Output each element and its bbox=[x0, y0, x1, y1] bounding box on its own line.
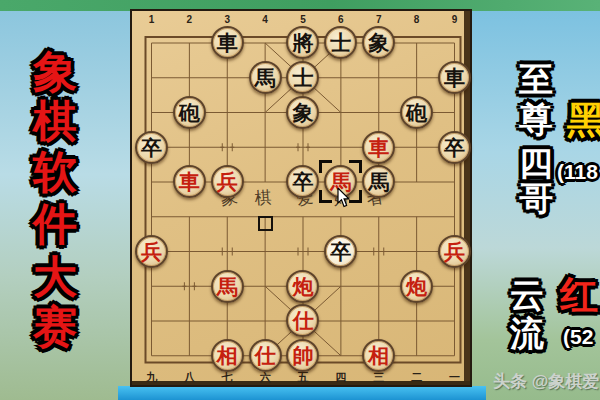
piece-black-象[interactable]: 象 bbox=[362, 26, 395, 59]
file-label-top-1: 1 bbox=[149, 15, 155, 25]
black-player-name-char: 至 bbox=[519, 62, 553, 96]
file-label-bottom-7: 三 bbox=[373, 372, 384, 383]
piece-black-卒[interactable]: 卒 bbox=[438, 131, 471, 164]
screenshot-root: { "game": "xiangqi (Chinese chess)", "po… bbox=[0, 0, 600, 400]
piece-black-車[interactable]: 車 bbox=[211, 26, 244, 59]
piece-red-仕[interactable]: 仕 bbox=[249, 339, 282, 372]
file-label-bottom-6: 四 bbox=[335, 372, 346, 383]
piece-red-炮[interactable]: 炮 bbox=[286, 270, 319, 303]
red-player-name-char: 流 bbox=[510, 316, 544, 350]
file-label-top-7: 7 bbox=[376, 15, 382, 25]
piece-black-砲[interactable]: 砲 bbox=[400, 96, 433, 129]
piece-red-馬[interactable]: 馬 bbox=[211, 270, 244, 303]
piece-red-相[interactable]: 相 bbox=[211, 339, 244, 372]
piece-red-車[interactable]: 車 bbox=[362, 131, 395, 164]
file-label-bottom-1: 九 bbox=[146, 372, 157, 383]
file-label-top-5: 5 bbox=[300, 15, 306, 25]
piece-black-象[interactable]: 象 bbox=[286, 96, 319, 129]
banner-char: 件 bbox=[33, 202, 77, 246]
banner-char: 软 bbox=[33, 150, 77, 194]
bottom-blue-band bbox=[118, 386, 486, 400]
file-label-top-4: 4 bbox=[262, 15, 268, 25]
mouse-cursor-icon bbox=[337, 188, 351, 208]
file-label-bottom-8: 二 bbox=[411, 372, 422, 383]
file-label-bottom-9: 一 bbox=[449, 372, 460, 383]
toutiao-watermark: 头条 @象棋爱 bbox=[493, 370, 599, 393]
piece-red-相[interactable]: 相 bbox=[362, 339, 395, 372]
piece-red-車[interactable]: 車 bbox=[173, 165, 206, 198]
red-player-name-char: 云 bbox=[510, 278, 544, 312]
file-label-bottom-5: 五 bbox=[298, 372, 309, 383]
move-origin-marker bbox=[258, 216, 273, 231]
black-player-name-char: 尊 bbox=[519, 102, 553, 136]
banner-char: 赛 bbox=[33, 305, 77, 349]
file-label-top-8: 8 bbox=[414, 15, 420, 25]
piece-black-卒[interactable]: 卒 bbox=[135, 131, 168, 164]
black-player-rating: (118 bbox=[557, 161, 598, 182]
banner-char: 象 bbox=[33, 50, 77, 94]
piece-black-砲[interactable]: 砲 bbox=[173, 96, 206, 129]
piece-black-將[interactable]: 將 bbox=[286, 26, 319, 59]
banner-char: 棋 bbox=[33, 99, 77, 143]
piece-black-馬[interactable]: 馬 bbox=[249, 61, 282, 94]
file-label-top-3: 3 bbox=[224, 15, 230, 25]
file-label-top-2: 2 bbox=[187, 15, 193, 25]
file-label-bottom-3: 七 bbox=[222, 372, 233, 383]
red-side-label: 红 bbox=[560, 276, 598, 314]
piece-black-馬[interactable]: 馬 bbox=[362, 165, 395, 198]
file-label-bottom-2: 八 bbox=[184, 372, 195, 383]
file-label-bottom-4: 六 bbox=[260, 372, 271, 383]
file-label-top-6: 6 bbox=[338, 15, 344, 25]
piece-black-卒[interactable]: 卒 bbox=[324, 235, 357, 268]
piece-red-兵[interactable]: 兵 bbox=[211, 165, 244, 198]
piece-black-士[interactable]: 士 bbox=[286, 61, 319, 94]
black-player-name-char: 四 bbox=[519, 146, 553, 180]
board-intersections[interactable]: 車將士象馬士車砲象砲卒卒卒馬卒車車兵馬兵兵馬炮炮仕相仕帥相 bbox=[133, 26, 474, 374]
black-side-label: 黑 bbox=[567, 101, 600, 139]
banner-char: 大 bbox=[33, 255, 77, 299]
black-player-name-char: 哥 bbox=[519, 181, 553, 215]
piece-black-士[interactable]: 士 bbox=[324, 26, 357, 59]
piece-red-仕[interactable]: 仕 bbox=[286, 304, 319, 337]
piece-black-車[interactable]: 車 bbox=[438, 61, 471, 94]
piece-red-兵[interactable]: 兵 bbox=[438, 235, 471, 268]
xiangqi-board[interactable]: 123456789 象棋爱好者 車將士象馬士車砲象砲卒卒卒馬卒車車兵馬兵兵馬炮炮… bbox=[130, 9, 472, 387]
piece-red-兵[interactable]: 兵 bbox=[135, 235, 168, 268]
piece-red-帥[interactable]: 帥 bbox=[286, 339, 319, 372]
red-player-rating: (52 bbox=[563, 326, 593, 347]
piece-black-卒[interactable]: 卒 bbox=[286, 165, 319, 198]
piece-red-炮[interactable]: 炮 bbox=[400, 270, 433, 303]
file-label-top-9: 9 bbox=[452, 15, 458, 25]
